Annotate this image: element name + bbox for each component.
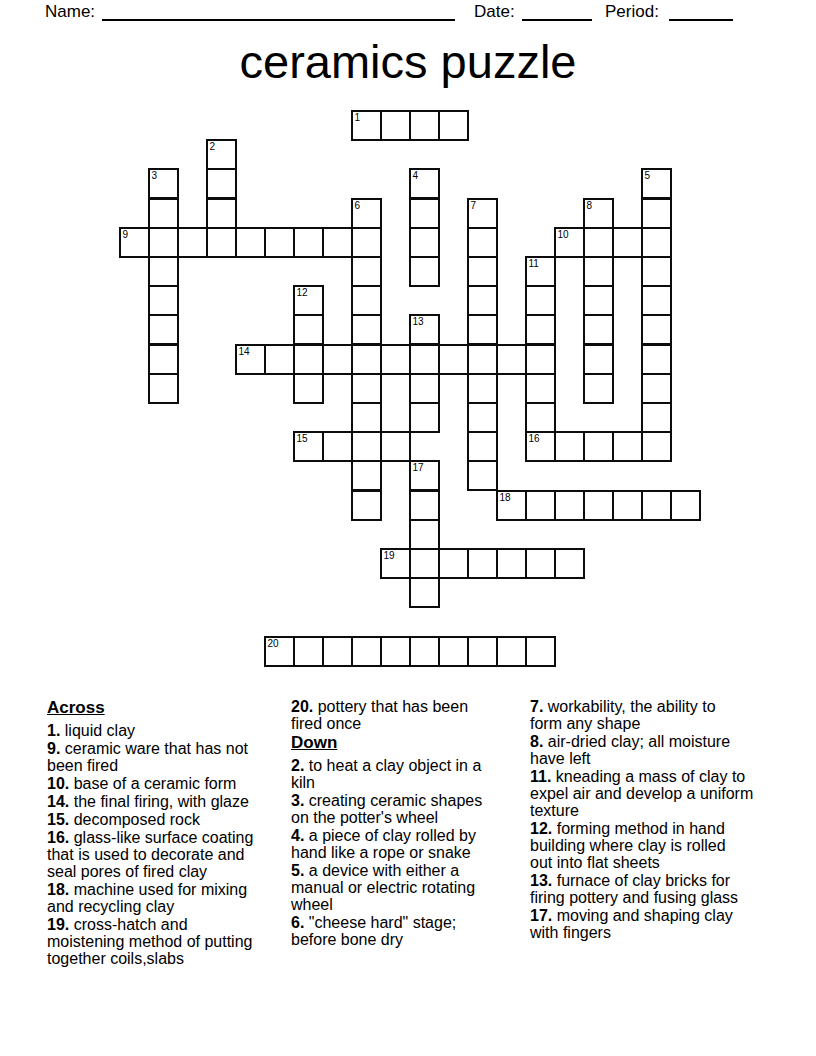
cell-number-1: 1: [355, 112, 361, 123]
cell-r8c6[interactable]: [293, 344, 324, 375]
cell-r18c10[interactable]: [409, 636, 440, 667]
cell-number-12: 12: [297, 287, 308, 298]
cell-r2c3[interactable]: [206, 168, 237, 199]
cell-number-13: 13: [413, 316, 424, 327]
clue-across-10: 10. base of a ceramic form: [47, 775, 291, 792]
cell-r14c10[interactable]: [409, 519, 440, 550]
cell-number-16: 16: [529, 433, 540, 444]
clues-heading-across: Across: [47, 698, 291, 717]
cell-r6c14[interactable]: [525, 285, 556, 316]
cell-r15c10[interactable]: [409, 548, 440, 579]
clues-heading-down: Down: [291, 733, 521, 752]
clue-across-19: 19. cross-hatch and moistening method of…: [47, 916, 291, 967]
cell-r9c14[interactable]: [525, 373, 556, 404]
cell-r6c8[interactable]: [351, 285, 382, 316]
cell-r9c1[interactable]: [148, 373, 179, 404]
cell-r6c6[interactable]: 12: [293, 285, 324, 316]
cell-r18c9[interactable]: [380, 636, 411, 667]
name-label: Name:: [45, 2, 95, 22]
cell-r2c1[interactable]: 3: [148, 168, 179, 199]
clue-across-18: 18. machine used for mixing and recyclin…: [47, 881, 291, 915]
name-blank[interactable]: [102, 3, 455, 21]
cell-r16c10[interactable]: [409, 577, 440, 608]
clue-down-13: 13. furnace of clay bricks for firing po…: [530, 872, 782, 906]
cell-r0c10[interactable]: [409, 110, 440, 141]
cell-r5c14[interactable]: 11: [525, 256, 556, 287]
cell-r5c16[interactable]: [583, 256, 614, 287]
cell-r5c8[interactable]: [351, 256, 382, 287]
cell-r15c14[interactable]: [525, 548, 556, 579]
cell-r11c18[interactable]: [641, 431, 672, 462]
cell-r2c18[interactable]: 5: [641, 168, 672, 199]
cell-number-8: 8: [587, 200, 593, 211]
clue-down-17: 17. moving and shaping clay with fingers: [530, 907, 782, 941]
cell-r4c7[interactable]: [322, 227, 353, 258]
cell-r5c10[interactable]: [409, 256, 440, 287]
cell-r3c1[interactable]: [148, 198, 179, 229]
cell-r5c12[interactable]: [467, 256, 498, 287]
cell-r18c13[interactable]: [496, 636, 527, 667]
cell-r4c2[interactable]: [177, 227, 208, 258]
clue-across-14: 14. the final firing, with glaze: [47, 793, 291, 810]
cell-r15c9[interactable]: 19: [380, 548, 411, 579]
cell-r4c18[interactable]: [641, 227, 672, 258]
cell-r4c5[interactable]: [264, 227, 295, 258]
clue-down-3: 3. creating ceramic shapes on the potter…: [291, 792, 521, 826]
cell-number-2: 2: [210, 141, 216, 152]
date-label: Date:: [474, 2, 515, 22]
cell-r4c15[interactable]: 10: [554, 227, 585, 258]
cell-r0c11[interactable]: [438, 110, 469, 141]
cell-r8c4[interactable]: 14: [235, 344, 266, 375]
cell-r8c1[interactable]: [148, 344, 179, 375]
cell-r4c6[interactable]: [293, 227, 324, 258]
cell-r6c12[interactable]: [467, 285, 498, 316]
cell-r11c8[interactable]: [351, 431, 382, 462]
cell-r7c1[interactable]: [148, 314, 179, 345]
cell-r4c8[interactable]: [351, 227, 382, 258]
cell-r13c17[interactable]: [612, 490, 643, 521]
clue-down-12: 12. forming method in hand building wher…: [530, 820, 782, 871]
cell-r12c10[interactable]: 17: [409, 460, 440, 491]
cell-r13c19[interactable]: [670, 490, 701, 521]
clue-down-6: 6. "cheese hard" stage; before bone dry: [291, 914, 521, 948]
crossword-grid: 1234567891011121314151617181920: [119, 110, 703, 670]
cell-r8c8[interactable]: [351, 344, 382, 375]
cell-number-14: 14: [239, 346, 250, 357]
cell-number-4: 4: [413, 170, 419, 181]
cell-r18c5[interactable]: 20: [264, 636, 295, 667]
cell-r4c1[interactable]: [148, 227, 179, 258]
cell-r18c7[interactable]: [322, 636, 353, 667]
cell-r5c18[interactable]: [641, 256, 672, 287]
cell-r9c10[interactable]: [409, 373, 440, 404]
clue-down-5: 5. a device with either a manual or elec…: [291, 862, 521, 913]
period-blank[interactable]: [669, 3, 733, 21]
cell-r8c9[interactable]: [380, 344, 411, 375]
cell-r18c8[interactable]: [351, 636, 382, 667]
cell-r10c8[interactable]: [351, 402, 382, 433]
cell-r3c10[interactable]: [409, 198, 440, 229]
cell-r4c12[interactable]: [467, 227, 498, 258]
clue-down-2: 2. to heat a clay object in a kiln: [291, 757, 521, 791]
cell-r9c6[interactable]: [293, 373, 324, 404]
cell-number-18: 18: [500, 492, 511, 503]
clue-across-16: 16. glass-like surface coating that is u…: [47, 829, 291, 880]
cell-r8c12[interactable]: [467, 344, 498, 375]
cell-r7c16[interactable]: [583, 314, 614, 345]
cell-r11c12[interactable]: [467, 431, 498, 462]
clue-down-7: 7. workability, the ability to form any …: [530, 698, 782, 732]
clue-across-1: 1. liquid clay: [47, 722, 291, 739]
cell-r0c8[interactable]: 1: [351, 110, 382, 141]
cell-number-9: 9: [123, 229, 129, 240]
cell-r6c16[interactable]: [583, 285, 614, 316]
cell-r6c18[interactable]: [641, 285, 672, 316]
cell-r8c18[interactable]: [641, 344, 672, 375]
cell-r13c8[interactable]: [351, 490, 382, 521]
cell-r11c6[interactable]: 15: [293, 431, 324, 462]
cell-r9c18[interactable]: [641, 373, 672, 404]
clue-down-11: 11. kneading a mass of clay to expel air…: [530, 768, 782, 819]
cell-number-7: 7: [471, 200, 477, 211]
cell-r11c7[interactable]: [322, 431, 353, 462]
cell-r18c6[interactable]: [293, 636, 324, 667]
cell-r15c15[interactable]: [554, 548, 585, 579]
cell-r10c18[interactable]: [641, 402, 672, 433]
clue-down-8: 8. air-dried clay; all moisture have lef…: [530, 733, 782, 767]
cell-r12c12[interactable]: [467, 460, 498, 491]
cell-r3c12[interactable]: 7: [467, 198, 498, 229]
cell-r15c13[interactable]: [496, 548, 527, 579]
cell-number-6: 6: [355, 200, 361, 211]
cell-r3c8[interactable]: 6: [351, 198, 382, 229]
cell-r18c11[interactable]: [438, 636, 469, 667]
cell-r7c6[interactable]: [293, 314, 324, 345]
cell-r11c16[interactable]: [583, 431, 614, 462]
cell-number-15: 15: [297, 433, 308, 444]
cell-r8c7[interactable]: [322, 344, 353, 375]
cell-number-3: 3: [152, 170, 158, 181]
cell-r9c8[interactable]: [351, 373, 382, 404]
clue-column-3: 7. workability, the ability to form any …: [530, 698, 782, 942]
cell-r4c16[interactable]: [583, 227, 614, 258]
cell-number-17: 17: [413, 462, 424, 473]
cell-number-19: 19: [384, 550, 395, 561]
cell-r9c16[interactable]: [583, 373, 614, 404]
cell-r18c14[interactable]: [525, 636, 556, 667]
cell-r7c10[interactable]: 13: [409, 314, 440, 345]
cell-r10c14[interactable]: [525, 402, 556, 433]
cell-r8c14[interactable]: [525, 344, 556, 375]
cell-r10c10[interactable]: [409, 402, 440, 433]
cell-r18c12[interactable]: [467, 636, 498, 667]
cell-r2c10[interactable]: 4: [409, 168, 440, 199]
cell-r11c14[interactable]: 16: [525, 431, 556, 462]
date-blank[interactable]: [522, 3, 592, 21]
period-label: Period:: [605, 2, 659, 22]
clue-across-15: 15. decomposed rock: [47, 811, 291, 828]
cell-r12c8[interactable]: [351, 460, 382, 491]
cell-r7c8[interactable]: [351, 314, 382, 345]
cell-r4c4[interactable]: [235, 227, 266, 258]
cell-r5c1[interactable]: [148, 256, 179, 287]
page-title: ceramics puzzle: [0, 36, 816, 88]
cell-r8c16[interactable]: [583, 344, 614, 375]
cell-r4c10[interactable]: [409, 227, 440, 258]
cell-r8c5[interactable]: [264, 344, 295, 375]
worksheet-page: Name: Date: Period: ceramics puzzle 1234…: [0, 0, 816, 1056]
cell-r13c15[interactable]: [554, 490, 585, 521]
cell-r10c12[interactable]: [467, 402, 498, 433]
cell-r3c3[interactable]: [206, 198, 237, 229]
cell-r0c9[interactable]: [380, 110, 411, 141]
clue-column-1: Across1. liquid clay9. ceramic ware that…: [47, 698, 291, 968]
cell-r15c12[interactable]: [467, 548, 498, 579]
cell-r7c18[interactable]: [641, 314, 672, 345]
cell-r6c1[interactable]: [148, 285, 179, 316]
cell-r13c16[interactable]: [583, 490, 614, 521]
cell-r9c12[interactable]: [467, 373, 498, 404]
cell-r4c3[interactable]: [206, 227, 237, 258]
clue-across-9: 9. ceramic ware that has not been fired: [47, 740, 291, 774]
cell-number-20: 20: [268, 638, 279, 649]
cell-r13c13[interactable]: 18: [496, 490, 527, 521]
cell-r8c13[interactable]: [496, 344, 527, 375]
cell-r15c11[interactable]: [438, 548, 469, 579]
cell-r11c15[interactable]: [554, 431, 585, 462]
cell-r4c0[interactable]: 9: [119, 227, 150, 258]
cell-number-11: 11: [529, 258, 539, 269]
cell-number-10: 10: [558, 229, 569, 240]
cell-r7c14[interactable]: [525, 314, 556, 345]
cell-number-5: 5: [645, 170, 651, 181]
cell-r13c18[interactable]: [641, 490, 672, 521]
clue-across-20: 20. pottery that has been fired once: [291, 698, 521, 732]
cell-r3c16[interactable]: 8: [583, 198, 614, 229]
cell-r7c12[interactable]: [467, 314, 498, 345]
clue-column-2: 20. pottery that has been fired onceDown…: [291, 698, 521, 949]
cell-r8c10[interactable]: [409, 344, 440, 375]
cell-r8c11[interactable]: [438, 344, 469, 375]
cell-r4c17[interactable]: [612, 227, 643, 258]
cell-r13c10[interactable]: [409, 490, 440, 521]
cell-r3c18[interactable]: [641, 198, 672, 229]
cell-r11c9[interactable]: [380, 431, 411, 462]
cell-r11c17[interactable]: [612, 431, 643, 462]
cell-r1c3[interactable]: 2: [206, 139, 237, 170]
cell-r13c14[interactable]: [525, 490, 556, 521]
clue-down-4: 4. a piece of clay rolled by hand like a…: [291, 827, 521, 861]
